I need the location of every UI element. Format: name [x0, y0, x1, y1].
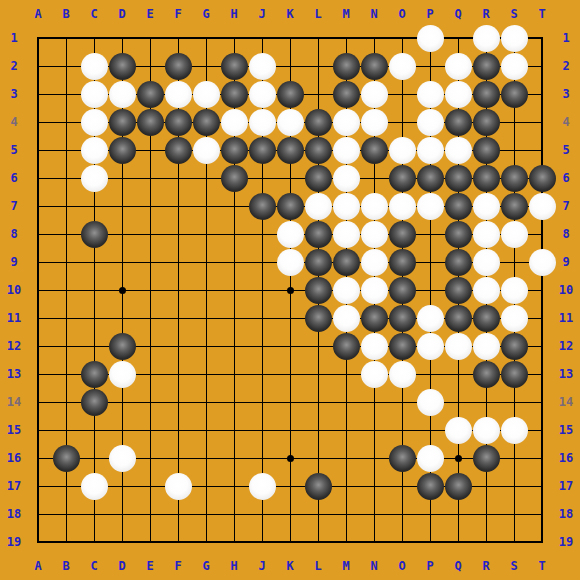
- black-stone[interactable]: [165, 109, 192, 136]
- coord-label-bottom: L: [306, 558, 330, 574]
- coord-label-left: 6: [2, 170, 26, 186]
- coord-label-left: 4: [2, 114, 26, 130]
- black-stone[interactable]: [305, 221, 332, 248]
- black-stone[interactable]: [473, 445, 500, 472]
- white-stone[interactable]: [165, 473, 192, 500]
- white-stone[interactable]: [473, 193, 500, 220]
- white-stone[interactable]: [361, 361, 388, 388]
- white-stone[interactable]: [249, 473, 276, 500]
- coord-label-top: N: [362, 6, 386, 22]
- coord-label-left: 17: [2, 478, 26, 494]
- white-stone[interactable]: [361, 249, 388, 276]
- coord-label-right: 2: [554, 58, 578, 74]
- white-stone[interactable]: [333, 193, 360, 220]
- coord-label-left: 14: [2, 394, 26, 410]
- white-stone[interactable]: [389, 137, 416, 164]
- coord-label-bottom: O: [390, 558, 414, 574]
- coord-label-top: S: [502, 6, 526, 22]
- black-stone[interactable]: [445, 277, 472, 304]
- black-stone[interactable]: [389, 249, 416, 276]
- coord-label-right: 4: [554, 114, 578, 130]
- white-stone[interactable]: [417, 333, 444, 360]
- coord-label-bottom: M: [334, 558, 358, 574]
- coord-label-top: R: [474, 6, 498, 22]
- grid-hline: [37, 514, 543, 515]
- white-stone[interactable]: [501, 417, 528, 444]
- white-stone[interactable]: [249, 109, 276, 136]
- white-stone[interactable]: [473, 417, 500, 444]
- black-stone[interactable]: [501, 333, 528, 360]
- black-stone[interactable]: [165, 53, 192, 80]
- black-stone[interactable]: [445, 193, 472, 220]
- coord-label-right: 1: [554, 30, 578, 46]
- black-stone[interactable]: [445, 249, 472, 276]
- coord-label-top: B: [54, 6, 78, 22]
- white-stone[interactable]: [305, 193, 332, 220]
- white-stone[interactable]: [249, 53, 276, 80]
- coord-label-bottom: G: [194, 558, 218, 574]
- white-stone[interactable]: [501, 221, 528, 248]
- black-stone[interactable]: [389, 333, 416, 360]
- white-stone[interactable]: [445, 333, 472, 360]
- coord-label-top: T: [530, 6, 554, 22]
- black-stone[interactable]: [305, 305, 332, 332]
- white-stone[interactable]: [417, 445, 444, 472]
- white-stone[interactable]: [417, 193, 444, 220]
- coord-label-right: 15: [554, 422, 578, 438]
- black-stone[interactable]: [53, 445, 80, 472]
- black-stone[interactable]: [361, 305, 388, 332]
- coord-label-top: A: [26, 6, 50, 22]
- black-stone[interactable]: [333, 53, 360, 80]
- white-stone[interactable]: [193, 137, 220, 164]
- black-stone[interactable]: [445, 221, 472, 248]
- black-stone[interactable]: [305, 249, 332, 276]
- black-stone[interactable]: [445, 305, 472, 332]
- black-stone[interactable]: [277, 193, 304, 220]
- star-point: [119, 287, 126, 294]
- black-stone[interactable]: [305, 137, 332, 164]
- coord-label-left: 8: [2, 226, 26, 242]
- white-stone[interactable]: [361, 81, 388, 108]
- black-stone[interactable]: [333, 333, 360, 360]
- white-stone[interactable]: [109, 361, 136, 388]
- coord-label-bottom: A: [26, 558, 50, 574]
- coord-label-top: C: [82, 6, 106, 22]
- star-point: [287, 455, 294, 462]
- coord-label-right: 17: [554, 478, 578, 494]
- coord-label-bottom: S: [502, 558, 526, 574]
- white-stone[interactable]: [361, 333, 388, 360]
- white-stone[interactable]: [221, 109, 248, 136]
- coord-label-bottom: R: [474, 558, 498, 574]
- black-stone[interactable]: [109, 53, 136, 80]
- white-stone[interactable]: [473, 25, 500, 52]
- coord-label-bottom: E: [138, 558, 162, 574]
- coord-label-right: 7: [554, 198, 578, 214]
- white-stone[interactable]: [473, 221, 500, 248]
- black-stone[interactable]: [221, 81, 248, 108]
- coord-label-left: 1: [2, 30, 26, 46]
- white-stone[interactable]: [445, 417, 472, 444]
- white-stone[interactable]: [81, 53, 108, 80]
- white-stone[interactable]: [277, 109, 304, 136]
- black-stone[interactable]: [389, 305, 416, 332]
- white-stone[interactable]: [417, 137, 444, 164]
- black-stone[interactable]: [445, 109, 472, 136]
- white-stone[interactable]: [445, 53, 472, 80]
- white-stone[interactable]: [81, 137, 108, 164]
- coord-label-left: 15: [2, 422, 26, 438]
- coord-label-bottom: D: [110, 558, 134, 574]
- black-stone[interactable]: [221, 165, 248, 192]
- black-stone[interactable]: [501, 361, 528, 388]
- black-stone[interactable]: [81, 361, 108, 388]
- coord-label-right: 6: [554, 170, 578, 186]
- white-stone[interactable]: [529, 193, 556, 220]
- coord-label-top: G: [194, 6, 218, 22]
- white-stone[interactable]: [389, 53, 416, 80]
- black-stone[interactable]: [445, 165, 472, 192]
- white-stone[interactable]: [333, 165, 360, 192]
- black-stone[interactable]: [501, 193, 528, 220]
- black-stone[interactable]: [277, 137, 304, 164]
- coord-label-right: 9: [554, 254, 578, 270]
- coord-label-left: 11: [2, 310, 26, 326]
- black-stone[interactable]: [221, 53, 248, 80]
- black-stone[interactable]: [361, 137, 388, 164]
- black-stone[interactable]: [445, 473, 472, 500]
- grid-vline: [541, 37, 543, 543]
- white-stone[interactable]: [389, 361, 416, 388]
- white-stone[interactable]: [501, 25, 528, 52]
- white-stone[interactable]: [277, 221, 304, 248]
- coord-label-bottom: T: [530, 558, 554, 574]
- white-stone[interactable]: [333, 305, 360, 332]
- coord-label-top: H: [222, 6, 246, 22]
- coord-label-left: 12: [2, 338, 26, 354]
- white-stone[interactable]: [445, 137, 472, 164]
- coord-label-top: P: [418, 6, 442, 22]
- coord-label-top: K: [278, 6, 302, 22]
- coord-label-left: 19: [2, 534, 26, 550]
- white-stone[interactable]: [333, 109, 360, 136]
- white-stone[interactable]: [81, 473, 108, 500]
- black-stone[interactable]: [473, 137, 500, 164]
- coord-label-right: 11: [554, 310, 578, 326]
- coord-label-right: 16: [554, 450, 578, 466]
- black-stone[interactable]: [137, 81, 164, 108]
- black-stone[interactable]: [417, 473, 444, 500]
- black-stone[interactable]: [501, 81, 528, 108]
- black-stone[interactable]: [473, 53, 500, 80]
- black-stone[interactable]: [305, 473, 332, 500]
- white-stone[interactable]: [473, 333, 500, 360]
- white-stone[interactable]: [333, 221, 360, 248]
- coord-label-bottom: N: [362, 558, 386, 574]
- black-stone[interactable]: [473, 81, 500, 108]
- coord-label-top: F: [166, 6, 190, 22]
- white-stone[interactable]: [81, 81, 108, 108]
- white-stone[interactable]: [501, 277, 528, 304]
- black-stone[interactable]: [81, 389, 108, 416]
- coord-label-right: 3: [554, 86, 578, 102]
- black-stone[interactable]: [165, 137, 192, 164]
- white-stone[interactable]: [109, 445, 136, 472]
- black-stone[interactable]: [389, 277, 416, 304]
- coord-label-bottom: K: [278, 558, 302, 574]
- white-stone[interactable]: [361, 277, 388, 304]
- black-stone[interactable]: [501, 165, 528, 192]
- coord-label-right: 8: [554, 226, 578, 242]
- coord-label-bottom: H: [222, 558, 246, 574]
- white-stone[interactable]: [389, 193, 416, 220]
- white-stone[interactable]: [473, 277, 500, 304]
- star-point: [455, 455, 462, 462]
- white-stone[interactable]: [249, 81, 276, 108]
- white-stone[interactable]: [417, 389, 444, 416]
- white-stone[interactable]: [417, 81, 444, 108]
- black-stone[interactable]: [389, 445, 416, 472]
- black-stone[interactable]: [473, 109, 500, 136]
- coord-label-bottom: C: [82, 558, 106, 574]
- coord-label-bottom: F: [166, 558, 190, 574]
- black-stone[interactable]: [305, 109, 332, 136]
- white-stone[interactable]: [165, 81, 192, 108]
- white-stone[interactable]: [277, 249, 304, 276]
- coord-label-left: 18: [2, 506, 26, 522]
- white-stone[interactable]: [361, 109, 388, 136]
- star-point: [287, 287, 294, 294]
- coord-label-top: Q: [446, 6, 470, 22]
- black-stone[interactable]: [417, 165, 444, 192]
- black-stone[interactable]: [221, 137, 248, 164]
- coord-label-left: 7: [2, 198, 26, 214]
- black-stone[interactable]: [389, 221, 416, 248]
- white-stone[interactable]: [417, 25, 444, 52]
- coord-label-right: 14: [554, 394, 578, 410]
- coord-label-right: 19: [554, 534, 578, 550]
- black-stone[interactable]: [109, 333, 136, 360]
- black-stone[interactable]: [473, 305, 500, 332]
- white-stone[interactable]: [333, 137, 360, 164]
- coord-label-bottom: J: [250, 558, 274, 574]
- coord-label-top: L: [306, 6, 330, 22]
- coord-label-bottom: B: [54, 558, 78, 574]
- black-stone[interactable]: [389, 165, 416, 192]
- white-stone[interactable]: [417, 109, 444, 136]
- coord-label-left: 10: [2, 282, 26, 298]
- white-stone[interactable]: [109, 81, 136, 108]
- black-stone[interactable]: [305, 277, 332, 304]
- grid-hline: [37, 541, 543, 543]
- black-stone[interactable]: [473, 361, 500, 388]
- black-stone[interactable]: [249, 137, 276, 164]
- coord-label-left: 3: [2, 86, 26, 102]
- white-stone[interactable]: [361, 221, 388, 248]
- coord-label-left: 5: [2, 142, 26, 158]
- white-stone[interactable]: [333, 277, 360, 304]
- black-stone[interactable]: [109, 137, 136, 164]
- white-stone[interactable]: [361, 193, 388, 220]
- black-stone[interactable]: [277, 81, 304, 108]
- coord-label-top: D: [110, 6, 134, 22]
- white-stone[interactable]: [417, 305, 444, 332]
- coord-label-right: 13: [554, 366, 578, 382]
- coord-label-bottom: Q: [446, 558, 470, 574]
- white-stone[interactable]: [501, 305, 528, 332]
- coord-label-top: M: [334, 6, 358, 22]
- coord-label-right: 5: [554, 142, 578, 158]
- black-stone[interactable]: [305, 165, 332, 192]
- white-stone[interactable]: [529, 249, 556, 276]
- coord-label-top: J: [250, 6, 274, 22]
- black-stone[interactable]: [193, 109, 220, 136]
- black-stone[interactable]: [361, 53, 388, 80]
- white-stone[interactable]: [501, 53, 528, 80]
- coord-label-left: 2: [2, 58, 26, 74]
- white-stone[interactable]: [473, 249, 500, 276]
- white-stone[interactable]: [193, 81, 220, 108]
- black-stone[interactable]: [137, 109, 164, 136]
- black-stone[interactable]: [109, 109, 136, 136]
- grid-hline: [37, 402, 543, 403]
- coord-label-right: 18: [554, 506, 578, 522]
- white-stone[interactable]: [445, 81, 472, 108]
- coord-label-left: 9: [2, 254, 26, 270]
- black-stone[interactable]: [529, 165, 556, 192]
- black-stone[interactable]: [333, 249, 360, 276]
- black-stone[interactable]: [473, 165, 500, 192]
- coord-label-top: E: [138, 6, 162, 22]
- coord-label-right: 10: [554, 282, 578, 298]
- coord-label-bottom: P: [418, 558, 442, 574]
- white-stone[interactable]: [81, 109, 108, 136]
- black-stone[interactable]: [333, 81, 360, 108]
- black-stone[interactable]: [81, 221, 108, 248]
- black-stone[interactable]: [249, 193, 276, 220]
- go-board[interactable]: AABBCCDDEEFFGGHHJJKKLLMMNNOOPPQQRRSSTT11…: [0, 0, 580, 580]
- coord-label-right: 12: [554, 338, 578, 354]
- coord-label-top: O: [390, 6, 414, 22]
- coord-label-left: 13: [2, 366, 26, 382]
- coord-label-left: 16: [2, 450, 26, 466]
- white-stone[interactable]: [81, 165, 108, 192]
